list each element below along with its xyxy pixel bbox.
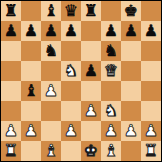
piece-white-queen[interactable]: ♛ <box>101 61 121 81</box>
square-f8[interactable] <box>101 1 121 21</box>
square-c6[interactable]: ♞ <box>41 41 61 61</box>
square-e1[interactable]: ♚ <box>81 141 101 161</box>
piece-white-king[interactable]: ♚ <box>81 141 101 161</box>
square-d4[interactable] <box>61 81 81 101</box>
piece-white-pawn[interactable]: ♟ <box>21 121 41 141</box>
square-b4[interactable]: ♝ <box>21 81 41 101</box>
square-a3[interactable] <box>1 101 21 121</box>
square-d1[interactable] <box>61 141 81 161</box>
square-a6[interactable] <box>1 41 21 61</box>
square-f4[interactable] <box>101 81 121 101</box>
square-c3[interactable] <box>41 101 61 121</box>
square-e6[interactable] <box>81 41 101 61</box>
piece-white-pawn[interactable]: ♟ <box>121 121 141 141</box>
square-a5[interactable] <box>1 61 21 81</box>
piece-black-knight[interactable]: ♞ <box>41 41 61 61</box>
square-a8[interactable]: ♜ <box>1 1 21 21</box>
square-f6[interactable]: ♞ <box>101 41 121 61</box>
square-h7[interactable]: ♟ <box>141 21 161 41</box>
piece-black-king[interactable]: ♚ <box>121 1 141 21</box>
square-g3[interactable] <box>121 101 141 121</box>
square-b8[interactable] <box>21 1 41 21</box>
piece-black-rook[interactable]: ♜ <box>81 1 101 21</box>
square-h2[interactable]: ♟ <box>141 121 161 141</box>
square-c2[interactable] <box>41 121 61 141</box>
piece-white-pawn[interactable]: ♟ <box>1 121 21 141</box>
piece-black-pawn[interactable]: ♟ <box>101 21 121 41</box>
square-h1[interactable]: ♜ <box>141 141 161 161</box>
square-b5[interactable] <box>21 61 41 81</box>
square-h5[interactable] <box>141 61 161 81</box>
square-f5[interactable]: ♛ <box>101 61 121 81</box>
piece-white-rook[interactable]: ♜ <box>141 141 161 161</box>
square-e8[interactable]: ♜ <box>81 1 101 21</box>
square-a4[interactable] <box>1 81 21 101</box>
square-d2[interactable]: ♟ <box>61 121 81 141</box>
piece-black-queen[interactable]: ♛ <box>61 1 81 21</box>
square-e4[interactable] <box>81 81 101 101</box>
piece-white-pawn[interactable]: ♟ <box>81 101 101 121</box>
square-b6[interactable] <box>21 41 41 61</box>
piece-white-bishop[interactable]: ♝ <box>41 141 61 161</box>
piece-black-pawn[interactable]: ♟ <box>81 61 101 81</box>
square-a1[interactable]: ♜ <box>1 141 21 161</box>
square-d3[interactable] <box>61 101 81 121</box>
piece-white-bishop[interactable]: ♝ <box>101 141 121 161</box>
piece-black-bishop[interactable]: ♝ <box>41 1 61 21</box>
chess-board: ♜♝♛♜♚♟♟♟♟♟♟♟♞♞♞♟♛♝♟♟♞♟♟♟♟♟♟♜♝♚♝♜ <box>0 0 162 162</box>
square-g2[interactable]: ♟ <box>121 121 141 141</box>
square-e7[interactable] <box>81 21 101 41</box>
square-f7[interactable]: ♟ <box>101 21 121 41</box>
square-g8[interactable]: ♚ <box>121 1 141 21</box>
square-d6[interactable] <box>61 41 81 61</box>
piece-white-pawn[interactable]: ♟ <box>61 121 81 141</box>
piece-white-rook[interactable]: ♜ <box>1 141 21 161</box>
piece-white-pawn[interactable]: ♟ <box>41 81 61 101</box>
piece-white-pawn[interactable]: ♟ <box>141 121 161 141</box>
square-d5[interactable]: ♞ <box>61 61 81 81</box>
piece-white-knight[interactable]: ♞ <box>61 61 81 81</box>
square-d7[interactable]: ♟ <box>61 21 81 41</box>
square-e2[interactable] <box>81 121 101 141</box>
square-f2[interactable]: ♟ <box>101 121 121 141</box>
square-b7[interactable]: ♟ <box>21 21 41 41</box>
piece-black-pawn[interactable]: ♟ <box>21 21 41 41</box>
piece-white-knight[interactable]: ♞ <box>101 101 121 121</box>
piece-black-pawn[interactable]: ♟ <box>41 21 61 41</box>
square-a7[interactable]: ♟ <box>1 21 21 41</box>
square-b1[interactable] <box>21 141 41 161</box>
square-e3[interactable]: ♟ <box>81 101 101 121</box>
square-f1[interactable]: ♝ <box>101 141 121 161</box>
square-a2[interactable]: ♟ <box>1 121 21 141</box>
piece-black-pawn[interactable]: ♟ <box>141 21 161 41</box>
piece-black-rook[interactable]: ♜ <box>1 1 21 21</box>
square-g6[interactable] <box>121 41 141 61</box>
square-h6[interactable] <box>141 41 161 61</box>
piece-black-pawn[interactable]: ♟ <box>61 21 81 41</box>
square-c4[interactable]: ♟ <box>41 81 61 101</box>
piece-black-pawn[interactable]: ♟ <box>1 21 21 41</box>
square-g4[interactable] <box>121 81 141 101</box>
piece-black-knight[interactable]: ♞ <box>101 41 121 61</box>
square-g1[interactable] <box>121 141 141 161</box>
piece-white-pawn[interactable]: ♟ <box>101 121 121 141</box>
square-d8[interactable]: ♛ <box>61 1 81 21</box>
square-g7[interactable]: ♟ <box>121 21 141 41</box>
chess-board-wrap: ♜♝♛♜♚♟♟♟♟♟♟♟♞♞♞♟♛♝♟♟♞♟♟♟♟♟♟♜♝♚♝♜ <box>0 0 162 162</box>
square-h8[interactable] <box>141 1 161 21</box>
square-c8[interactable]: ♝ <box>41 1 61 21</box>
piece-black-pawn[interactable]: ♟ <box>121 21 141 41</box>
square-g5[interactable] <box>121 61 141 81</box>
piece-black-bishop[interactable]: ♝ <box>21 81 41 101</box>
square-c7[interactable]: ♟ <box>41 21 61 41</box>
square-b2[interactable]: ♟ <box>21 121 41 141</box>
square-f3[interactable]: ♞ <box>101 101 121 121</box>
square-h4[interactable] <box>141 81 161 101</box>
square-h3[interactable] <box>141 101 161 121</box>
square-e5[interactable]: ♟ <box>81 61 101 81</box>
square-c5[interactable] <box>41 61 61 81</box>
square-b3[interactable] <box>21 101 41 121</box>
square-c1[interactable]: ♝ <box>41 141 61 161</box>
